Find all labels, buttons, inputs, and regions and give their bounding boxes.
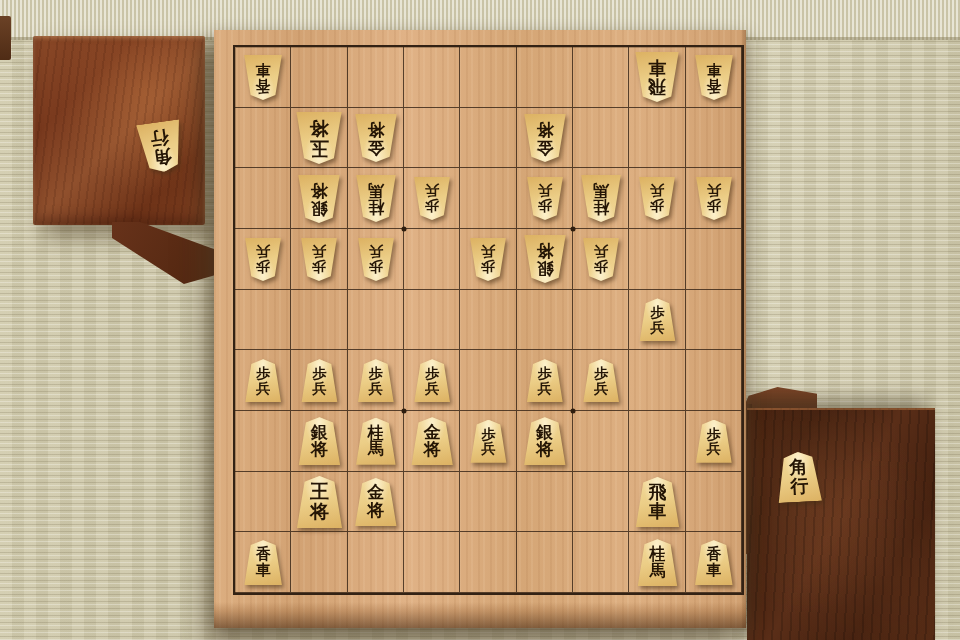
square-4f[interactable]: 歩兵 bbox=[517, 350, 573, 411]
square-8b[interactable]: 玉将 bbox=[291, 108, 347, 169]
kanji-将: 将 bbox=[367, 120, 384, 138]
piece-sente-歩兵-1g[interactable]: 歩兵 bbox=[695, 420, 733, 463]
kanji-金: 金 bbox=[536, 138, 553, 156]
piece-gote-歩兵-1c[interactable]: 歩兵 bbox=[695, 177, 733, 220]
square-7g[interactable]: 桂馬 bbox=[348, 411, 404, 472]
square-4i[interactable] bbox=[517, 532, 573, 593]
kanji-兵: 兵 bbox=[312, 381, 326, 396]
kanji-将: 将 bbox=[536, 242, 553, 260]
sente-komadai bbox=[747, 408, 935, 640]
kanji-歩: 歩 bbox=[707, 427, 721, 442]
square-6c[interactable]: 歩兵 bbox=[404, 168, 460, 229]
piece-gote-桂馬-3c[interactable]: 桂馬 bbox=[580, 175, 622, 222]
hoshi-dot bbox=[571, 227, 576, 232]
kanji-歩: 歩 bbox=[707, 199, 721, 214]
piece-sente-歩兵-3f[interactable]: 歩兵 bbox=[582, 359, 620, 402]
square-5i[interactable] bbox=[460, 532, 516, 593]
piece-sente-歩兵-8f[interactable]: 歩兵 bbox=[300, 359, 338, 402]
kanji-歩: 歩 bbox=[256, 366, 270, 381]
kanji-銀: 銀 bbox=[311, 199, 328, 217]
square-3e[interactable] bbox=[573, 290, 629, 351]
piece-gote-歩兵-3d[interactable]: 歩兵 bbox=[582, 238, 620, 281]
kanji-歩: 歩 bbox=[481, 259, 495, 274]
hoshi-dot bbox=[402, 227, 407, 232]
kanji-歩: 歩 bbox=[312, 366, 326, 381]
kanji-歩: 歩 bbox=[538, 199, 552, 214]
square-7e[interactable] bbox=[348, 290, 404, 351]
kanji-歩: 歩 bbox=[594, 366, 608, 381]
square-1e[interactable] bbox=[686, 290, 742, 351]
kanji-馬: 馬 bbox=[649, 563, 665, 580]
square-9c[interactable] bbox=[235, 168, 291, 229]
square-5c[interactable] bbox=[460, 168, 516, 229]
square-9a[interactable]: 香車 bbox=[235, 47, 291, 108]
piece-sente-香車-1i[interactable]: 香車 bbox=[694, 540, 734, 585]
piece-sente-桂馬-7g[interactable]: 桂馬 bbox=[355, 418, 397, 465]
kanji-兵: 兵 bbox=[481, 441, 495, 456]
square-5e[interactable] bbox=[460, 290, 516, 351]
hoshi-dot bbox=[571, 409, 576, 414]
square-9e[interactable] bbox=[235, 290, 291, 351]
kanji-香: 香 bbox=[256, 77, 271, 93]
piece-sente-銀将-8g[interactable]: 銀将 bbox=[297, 417, 341, 465]
piece-sente-歩兵-9f[interactable]: 歩兵 bbox=[244, 359, 282, 402]
square-1f[interactable] bbox=[686, 350, 742, 411]
kanji-歩: 歩 bbox=[425, 199, 439, 214]
square-3f[interactable]: 歩兵 bbox=[573, 350, 629, 411]
piece-sente-飛車-2h[interactable]: 飛車 bbox=[634, 477, 680, 527]
square-6e[interactable] bbox=[404, 290, 460, 351]
kanji-行: 行 bbox=[790, 477, 809, 497]
piece-gote-香車-9a[interactable]: 香車 bbox=[243, 55, 283, 100]
square-3i[interactable] bbox=[573, 532, 629, 593]
square-7i[interactable] bbox=[348, 532, 404, 593]
square-2c[interactable]: 歩兵 bbox=[629, 168, 685, 229]
piece-gote-飛車-2a[interactable]: 飛車 bbox=[634, 52, 680, 102]
square-6d[interactable] bbox=[404, 229, 460, 290]
kanji-将: 将 bbox=[424, 441, 441, 459]
square-5f[interactable] bbox=[460, 350, 516, 411]
kanji-車: 車 bbox=[706, 563, 721, 579]
hoshi-dot bbox=[402, 409, 407, 414]
kanji-車: 車 bbox=[256, 62, 271, 78]
kanji-歩: 歩 bbox=[594, 259, 608, 274]
square-8c[interactable]: 銀将 bbox=[291, 168, 347, 229]
square-4d[interactable]: 銀将 bbox=[517, 229, 573, 290]
square-1h[interactable] bbox=[686, 472, 742, 533]
kanji-銀: 銀 bbox=[536, 259, 553, 277]
square-6b[interactable] bbox=[404, 108, 460, 169]
square-8f[interactable]: 歩兵 bbox=[291, 350, 347, 411]
piece-gote-金将-4b[interactable]: 金将 bbox=[523, 114, 567, 162]
square-6g[interactable]: 金将 bbox=[404, 411, 460, 472]
square-6f[interactable]: 歩兵 bbox=[404, 350, 460, 411]
square-7h[interactable]: 金将 bbox=[348, 472, 404, 533]
square-2g[interactable] bbox=[629, 411, 685, 472]
kanji-兵: 兵 bbox=[650, 184, 664, 199]
kanji-車: 車 bbox=[648, 59, 666, 78]
kanji-歩: 歩 bbox=[312, 259, 326, 274]
piece-sente-王将-8h[interactable]: 王将 bbox=[295, 476, 343, 528]
square-3b[interactable] bbox=[573, 108, 629, 169]
square-9g[interactable] bbox=[235, 411, 291, 472]
piece-sente-歩兵-4f[interactable]: 歩兵 bbox=[526, 359, 564, 402]
gote-komadai-arm bbox=[112, 222, 228, 284]
kanji-兵: 兵 bbox=[707, 184, 721, 199]
kanji-行: 行 bbox=[149, 127, 169, 148]
piece-gote-角行-hand[interactable]: 角行 bbox=[138, 122, 184, 172]
square-7f[interactable]: 歩兵 bbox=[348, 350, 404, 411]
kanji-兵: 兵 bbox=[594, 381, 608, 396]
square-6a[interactable] bbox=[404, 47, 460, 108]
kanji-歩: 歩 bbox=[369, 366, 383, 381]
square-8a[interactable] bbox=[291, 47, 347, 108]
square-2h[interactable]: 飛車 bbox=[629, 472, 685, 533]
kanji-兵: 兵 bbox=[312, 245, 326, 260]
kanji-金: 金 bbox=[367, 138, 384, 156]
kanji-桂: 桂 bbox=[593, 199, 609, 216]
kanji-兵: 兵 bbox=[707, 441, 721, 456]
kanji-馬: 馬 bbox=[368, 182, 384, 199]
square-8e[interactable] bbox=[291, 290, 347, 351]
square-9b[interactable] bbox=[235, 108, 291, 169]
square-4e[interactable] bbox=[517, 290, 573, 351]
square-5a[interactable] bbox=[460, 47, 516, 108]
square-5d[interactable]: 歩兵 bbox=[460, 229, 516, 290]
kanji-将: 将 bbox=[310, 502, 329, 522]
piece-sente-金将-7h[interactable]: 金将 bbox=[354, 478, 398, 526]
kanji-兵: 兵 bbox=[425, 184, 439, 199]
piece-gote-玉将-8b[interactable]: 玉将 bbox=[295, 112, 343, 164]
square-3a[interactable] bbox=[573, 47, 629, 108]
kanji-兵: 兵 bbox=[650, 320, 664, 335]
kanji-歩: 歩 bbox=[425, 366, 439, 381]
kanji-将: 将 bbox=[310, 118, 329, 138]
square-7b[interactable]: 金将 bbox=[348, 108, 404, 169]
square-9d[interactable]: 歩兵 bbox=[235, 229, 291, 290]
square-2f[interactable] bbox=[629, 350, 685, 411]
left-edge-object bbox=[0, 16, 11, 60]
square-4a[interactable] bbox=[517, 47, 573, 108]
sente-hand-pieces: 角行 bbox=[776, 452, 822, 502]
shogi-board: 香車飛車香車玉将金将金将銀将桂馬歩兵歩兵桂馬歩兵歩兵歩兵歩兵歩兵歩兵銀将歩兵歩兵… bbox=[214, 30, 746, 628]
square-2d[interactable] bbox=[629, 229, 685, 290]
kanji-車: 車 bbox=[706, 62, 721, 78]
kanji-歩: 歩 bbox=[650, 305, 664, 320]
kanji-歩: 歩 bbox=[650, 199, 664, 214]
kanji-車: 車 bbox=[256, 563, 271, 579]
square-5h[interactable] bbox=[460, 472, 516, 533]
kanji-兵: 兵 bbox=[256, 245, 270, 260]
square-8i[interactable] bbox=[291, 532, 347, 593]
square-2e[interactable]: 歩兵 bbox=[629, 290, 685, 351]
piece-sente-香車-9i[interactable]: 香車 bbox=[243, 540, 283, 585]
piece-gote-銀将-8c[interactable]: 銀将 bbox=[297, 175, 341, 223]
piece-gote-歩兵-2c[interactable]: 歩兵 bbox=[638, 177, 676, 220]
square-1d[interactable] bbox=[686, 229, 742, 290]
kanji-香: 香 bbox=[706, 77, 721, 93]
piece-sente-角行-hand[interactable]: 角行 bbox=[776, 452, 822, 502]
kanji-兵: 兵 bbox=[256, 381, 270, 396]
kanji-兵: 兵 bbox=[538, 381, 552, 396]
kanji-将: 将 bbox=[311, 441, 328, 459]
piece-sente-歩兵-5g[interactable]: 歩兵 bbox=[469, 420, 507, 463]
piece-sente-歩兵-6f[interactable]: 歩兵 bbox=[413, 359, 451, 402]
gote-hand-pieces: 角行 bbox=[138, 122, 184, 172]
piece-gote-金将-7b[interactable]: 金将 bbox=[354, 114, 398, 162]
square-4h[interactable] bbox=[517, 472, 573, 533]
square-7c[interactable]: 桂馬 bbox=[348, 168, 404, 229]
kanji-兵: 兵 bbox=[538, 184, 552, 199]
piece-sente-銀将-4g[interactable]: 銀将 bbox=[523, 417, 567, 465]
piece-sente-歩兵-7f[interactable]: 歩兵 bbox=[357, 359, 395, 402]
kanji-玉: 玉 bbox=[310, 138, 329, 158]
kanji-歩: 歩 bbox=[481, 427, 495, 442]
square-4b[interactable]: 金将 bbox=[517, 108, 573, 169]
square-3c[interactable]: 桂馬 bbox=[573, 168, 629, 229]
square-9h[interactable] bbox=[235, 472, 291, 533]
kanji-兵: 兵 bbox=[481, 245, 495, 260]
square-5g[interactable]: 歩兵 bbox=[460, 411, 516, 472]
square-7a[interactable] bbox=[348, 47, 404, 108]
square-3h[interactable] bbox=[573, 472, 629, 533]
kanji-兵: 兵 bbox=[369, 381, 383, 396]
square-6h[interactable] bbox=[404, 472, 460, 533]
square-2a[interactable]: 飛車 bbox=[629, 47, 685, 108]
square-8h[interactable]: 王将 bbox=[291, 472, 347, 533]
kanji-桂: 桂 bbox=[368, 199, 384, 216]
piece-sente-金将-6g[interactable]: 金将 bbox=[410, 417, 454, 465]
kanji-将: 将 bbox=[311, 181, 328, 199]
kanji-馬: 馬 bbox=[593, 182, 609, 199]
square-9f[interactable]: 歩兵 bbox=[235, 350, 291, 411]
square-5b[interactable] bbox=[460, 108, 516, 169]
shogi-scene: 香車飛車香車玉将金将金将銀将桂馬歩兵歩兵桂馬歩兵歩兵歩兵歩兵歩兵歩兵銀将歩兵歩兵… bbox=[0, 0, 960, 640]
board-grid: 香車飛車香車玉将金将金将銀将桂馬歩兵歩兵桂馬歩兵歩兵歩兵歩兵歩兵歩兵銀将歩兵歩兵… bbox=[235, 47, 742, 593]
piece-sente-歩兵-2e[interactable]: 歩兵 bbox=[638, 298, 676, 341]
square-8g[interactable]: 銀将 bbox=[291, 411, 347, 472]
piece-gote-歩兵-9d[interactable]: 歩兵 bbox=[244, 238, 282, 281]
piece-gote-桂馬-7c[interactable]: 桂馬 bbox=[355, 175, 397, 222]
kanji-将: 将 bbox=[367, 502, 384, 520]
kanji-歩: 歩 bbox=[256, 259, 270, 274]
kanji-将: 将 bbox=[536, 120, 553, 138]
kanji-兵: 兵 bbox=[425, 381, 439, 396]
square-4c[interactable]: 歩兵 bbox=[517, 168, 573, 229]
kanji-歩: 歩 bbox=[369, 259, 383, 274]
square-2i[interactable]: 桂馬 bbox=[629, 532, 685, 593]
kanji-兵: 兵 bbox=[594, 245, 608, 260]
square-3g[interactable] bbox=[573, 411, 629, 472]
kanji-馬: 馬 bbox=[368, 441, 384, 458]
kanji-飛: 飛 bbox=[648, 77, 666, 96]
square-1b[interactable] bbox=[686, 108, 742, 169]
kanji-将: 将 bbox=[536, 441, 553, 459]
piece-gote-歩兵-4c[interactable]: 歩兵 bbox=[526, 177, 564, 220]
square-8d[interactable]: 歩兵 bbox=[291, 229, 347, 290]
kanji-兵: 兵 bbox=[369, 245, 383, 260]
kanji-歩: 歩 bbox=[538, 366, 552, 381]
piece-gote-歩兵-6c[interactable]: 歩兵 bbox=[413, 177, 451, 220]
square-7d[interactable]: 歩兵 bbox=[348, 229, 404, 290]
square-9i[interactable]: 香車 bbox=[235, 532, 291, 593]
square-1a[interactable]: 香車 bbox=[686, 47, 742, 108]
piece-gote-歩兵-8d[interactable]: 歩兵 bbox=[300, 238, 338, 281]
piece-sente-桂馬-2i[interactable]: 桂馬 bbox=[636, 539, 678, 586]
piece-gote-銀将-4d[interactable]: 銀将 bbox=[523, 235, 567, 283]
square-1g[interactable]: 歩兵 bbox=[686, 411, 742, 472]
square-6i[interactable] bbox=[404, 532, 460, 593]
square-2b[interactable] bbox=[629, 108, 685, 169]
piece-gote-香車-1a[interactable]: 香車 bbox=[694, 55, 734, 100]
piece-gote-歩兵-7d[interactable]: 歩兵 bbox=[357, 238, 395, 281]
square-1c[interactable]: 歩兵 bbox=[686, 168, 742, 229]
kanji-車: 車 bbox=[648, 502, 666, 521]
piece-gote-歩兵-5d[interactable]: 歩兵 bbox=[469, 238, 507, 281]
square-4g[interactable]: 銀将 bbox=[517, 411, 573, 472]
square-1i[interactable]: 香車 bbox=[686, 532, 742, 593]
square-3d[interactable]: 歩兵 bbox=[573, 229, 629, 290]
